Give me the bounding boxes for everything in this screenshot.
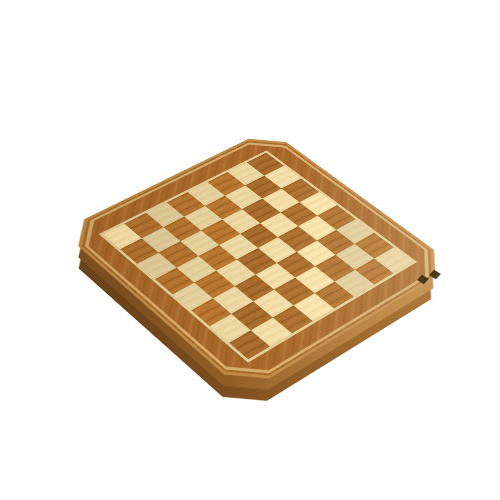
product-photo-canvas <box>0 0 500 500</box>
chessboard <box>61 129 455 393</box>
board-top-surface <box>61 129 455 393</box>
